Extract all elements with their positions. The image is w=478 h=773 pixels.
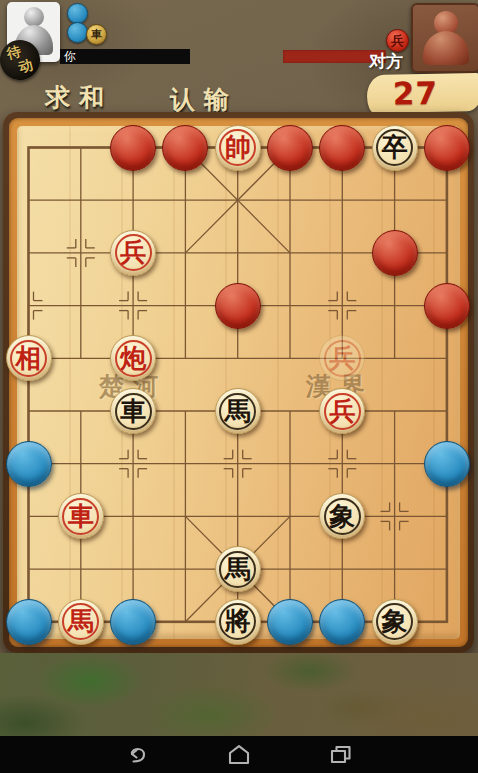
piece-black-hidden-f9r6[interactable] <box>424 441 470 487</box>
timer-value: 27 <box>393 75 439 112</box>
piece-black-hidden-f3r9[interactable] <box>110 599 156 645</box>
piece-red-hidden-f8r2[interactable] <box>372 230 418 276</box>
piece-red-revealed-帥-f5r0[interactable]: 帥 <box>215 125 261 171</box>
piece-red-hidden-f4r0[interactable] <box>162 125 208 171</box>
background-artwork <box>0 653 478 736</box>
piece-black-revealed-馬-f5r8[interactable]: 馬 <box>215 546 261 592</box>
piece-red-revealed-車-f2r7[interactable]: 車 <box>58 493 104 539</box>
piece-black-hidden-f6r9[interactable] <box>267 599 313 645</box>
person-icon <box>413 5 478 71</box>
captured-pieces-tray-left: 車 <box>66 2 126 48</box>
back-icon[interactable] <box>122 742 152 768</box>
left-player-name-bar: 你 <box>60 49 190 64</box>
piece-red-revealed-馬-f2r9[interactable]: 馬 <box>58 599 104 645</box>
piece-black-hidden-f7r9[interactable] <box>319 599 365 645</box>
piece-red-hidden-f9r0[interactable] <box>424 125 470 171</box>
piece-red-hidden-f6r0[interactable] <box>267 125 313 171</box>
app-screen: 待 动 車 你 兵 对方 求和 认输 27 楚河 漢界 帥卒兵相炮兵車馬兵車象馬… <box>0 0 478 773</box>
recents-icon[interactable] <box>326 742 356 768</box>
piece-black-hidden-f1r9[interactable] <box>6 599 52 645</box>
piece-black-revealed-車-f3r5[interactable]: 車 <box>110 388 156 434</box>
captured-soldier-coin: 兵 <box>386 29 409 52</box>
badge-char-2: 动 <box>17 56 35 77</box>
captured-chariot-coin: 車 <box>86 24 107 45</box>
xiangqi-board[interactable]: 楚河 漢界 帥卒兵相炮兵車馬兵車象馬馬將象 <box>3 112 474 653</box>
captured-hidden-blue-disc <box>67 22 88 43</box>
captured-hidden-blue-disc <box>67 3 88 24</box>
piece-black-revealed-馬-f5r5[interactable]: 馬 <box>215 388 261 434</box>
move-timer: 27 <box>367 73 478 113</box>
opponent-avatar[interactable] <box>411 3 478 73</box>
piece-black-revealed-卒-f8r0[interactable]: 卒 <box>372 125 418 171</box>
piece-black-revealed-象-f8r9[interactable]: 象 <box>372 599 418 645</box>
piece-black-hidden-f1r6[interactable] <box>6 441 52 487</box>
piece-red-revealed-兵-f3r2[interactable]: 兵 <box>110 230 156 276</box>
piece-red-hidden-f7r0[interactable] <box>319 125 365 171</box>
right-player-name: 对方 <box>369 50 403 73</box>
piece-red-hidden-f3r0[interactable] <box>110 125 156 171</box>
android-nav-bar <box>0 736 478 773</box>
home-icon[interactable] <box>224 742 254 768</box>
left-player-name: 你 <box>64 49 76 64</box>
piece-black-revealed-將-f5r9[interactable]: 將 <box>215 599 261 645</box>
piece-red-hidden-f5r3[interactable] <box>215 283 261 329</box>
piece-red-hidden-f9r3[interactable] <box>424 283 470 329</box>
piece-red-revealed-相-f1r4[interactable]: 相 <box>6 335 52 381</box>
piece-red-revealed-兵-f7r5[interactable]: 兵 <box>319 388 365 434</box>
